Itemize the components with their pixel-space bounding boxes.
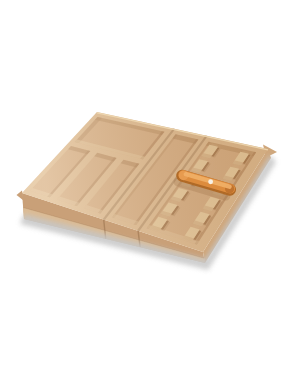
product-photo [0, 0, 300, 375]
cutlery-tray-photo [0, 0, 300, 375]
knife-handle-rivet [208, 179, 213, 184]
